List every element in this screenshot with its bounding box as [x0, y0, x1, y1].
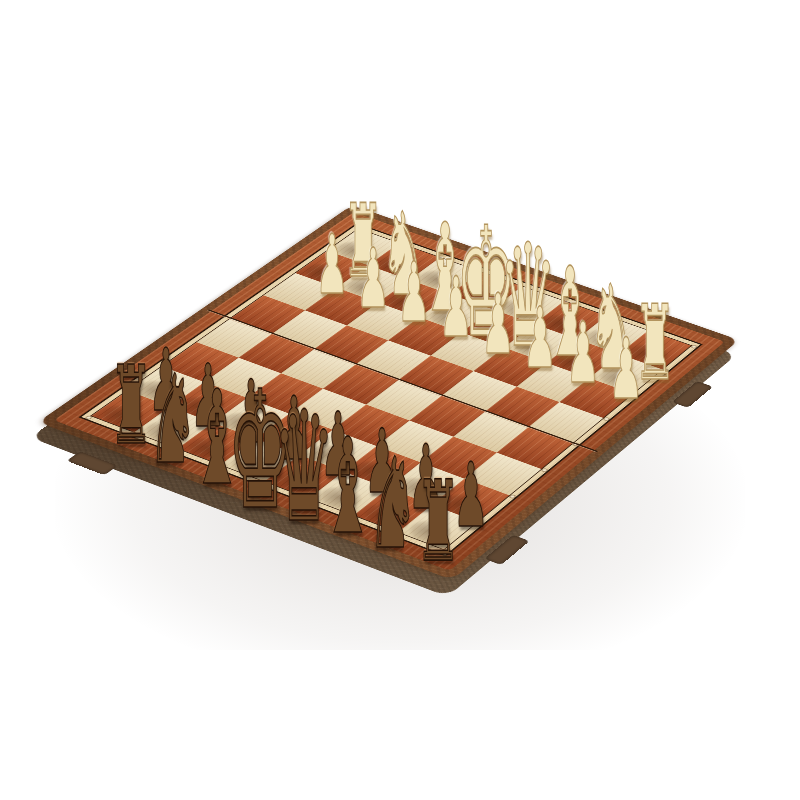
inlay-dot — [393, 532, 399, 535]
inlay-dot — [348, 515, 354, 518]
inlay-dot — [542, 469, 548, 472]
inlay-dot — [604, 418, 609, 421]
product-photo-stage: ♜♞♝♚♛♝♞♜♟♟♟♟♟♟♟♟♟♟♟♟♟♟♟♟♜♞♝♚♛♝♞♜ — [0, 0, 800, 800]
inlay-dot — [510, 495, 516, 498]
inlay-dot — [86, 416, 92, 419]
inlay-dot — [303, 498, 309, 501]
inlay-dot — [172, 449, 178, 452]
inlay-dot — [129, 432, 135, 435]
inlay-dot — [663, 369, 668, 372]
inlay-dot — [692, 345, 697, 348]
inlay-dot — [634, 393, 639, 396]
inlay-dot — [478, 522, 484, 525]
inlay-dot — [259, 482, 265, 485]
inlay-dot — [215, 465, 221, 468]
inlay-dot — [444, 549, 450, 552]
